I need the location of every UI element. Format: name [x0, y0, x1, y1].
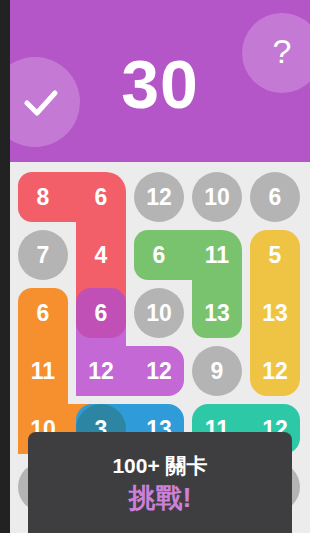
promo-banner[interactable]: 100+ 關卡 挑戰!: [28, 432, 292, 533]
cell-number[interactable]: 10: [134, 288, 184, 338]
cell-number[interactable]: 5: [250, 230, 300, 280]
question-mark-icon: ?: [242, 31, 310, 71]
cell-number[interactable]: 12: [76, 346, 126, 396]
banner-levels-text: 100+ 關卡: [112, 452, 207, 480]
app-screen: 30 ? 86121067461156610131311121291210313…: [10, 0, 310, 533]
cell-number[interactable]: 6: [250, 172, 300, 222]
cell-number[interactable]: 11: [18, 346, 68, 396]
cell-number[interactable]: 11: [192, 230, 242, 280]
cell-number[interactable]: 7: [18, 230, 68, 280]
cell-number[interactable]: 13: [192, 288, 242, 338]
header: 30 ?: [10, 0, 310, 162]
cell-number[interactable]: 6: [76, 172, 126, 222]
cell-number[interactable]: 12: [134, 172, 184, 222]
cell-number[interactable]: 12: [134, 346, 184, 396]
checkmark-icon: [24, 89, 58, 117]
cell-number[interactable]: 8: [18, 172, 68, 222]
cell-number[interactable]: 6: [134, 230, 184, 280]
cell-number[interactable]: 6: [18, 288, 68, 338]
cell-number[interactable]: 10: [192, 172, 242, 222]
cell-number[interactable]: 6: [76, 288, 126, 338]
cell-number[interactable]: 12: [250, 346, 300, 396]
cell-number[interactable]: 9: [192, 346, 242, 396]
cell-number[interactable]: 4: [76, 230, 126, 280]
cell-number[interactable]: 13: [250, 288, 300, 338]
banner-challenge-text: 挑戰!: [129, 480, 192, 516]
